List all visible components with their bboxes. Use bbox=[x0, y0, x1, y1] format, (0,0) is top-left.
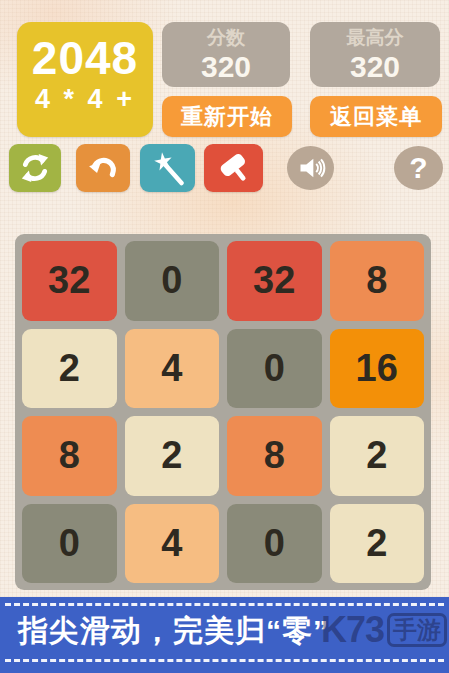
best-score-box: 最高分 320 bbox=[310, 22, 440, 87]
help-button[interactable]: ? bbox=[394, 146, 443, 190]
watermark-seal: 手游 bbox=[387, 613, 447, 647]
tile-r3c3: 8 bbox=[227, 416, 322, 496]
tile-r1c1: 32 bbox=[22, 241, 117, 321]
refresh-icon bbox=[18, 151, 52, 185]
score-label: 分数 bbox=[207, 26, 245, 50]
tile-r3c2: 2 bbox=[125, 416, 220, 496]
bottom-banner: 指尖滑动，完美归“零” K73 手游 bbox=[0, 597, 449, 673]
tile-r1c4: 8 bbox=[330, 241, 425, 321]
refresh-button[interactable] bbox=[9, 144, 61, 192]
help-icon: ? bbox=[409, 151, 427, 185]
banner-dash-bottom bbox=[5, 659, 444, 662]
best-score-label: 最高分 bbox=[347, 26, 404, 50]
magic-wand-button[interactable] bbox=[140, 144, 195, 192]
logo-subtitle: 4 * 4 + bbox=[17, 84, 153, 115]
score-value: 320 bbox=[201, 50, 251, 83]
hammer-icon bbox=[215, 150, 253, 186]
tile-r4c1: 0 bbox=[22, 504, 117, 584]
game-logo: 2048 4 * 4 + bbox=[17, 22, 153, 137]
tile-r4c4: 2 bbox=[330, 504, 425, 584]
banner-slogan: 指尖滑动，完美归“零” bbox=[18, 611, 329, 652]
tile-r4c3: 0 bbox=[227, 504, 322, 584]
tile-r4c2: 4 bbox=[125, 504, 220, 584]
best-score-value: 320 bbox=[350, 50, 400, 83]
undo-button[interactable] bbox=[76, 144, 130, 192]
sound-icon bbox=[296, 154, 326, 182]
tile-r1c3: 32 bbox=[227, 241, 322, 321]
tile-r2c3: 0 bbox=[227, 329, 322, 409]
tile-r1c2: 0 bbox=[125, 241, 220, 321]
banner-dash-top bbox=[5, 603, 444, 606]
logo-title: 2048 bbox=[17, 34, 153, 82]
hammer-button[interactable] bbox=[204, 144, 263, 192]
watermark-text: K73 bbox=[321, 609, 384, 651]
tile-r3c1: 8 bbox=[22, 416, 117, 496]
score-box: 分数 320 bbox=[162, 22, 290, 87]
sound-button[interactable] bbox=[287, 146, 334, 190]
tile-r2c1: 2 bbox=[22, 329, 117, 409]
restart-button[interactable]: 重新开始 bbox=[162, 96, 292, 137]
tile-r3c4: 2 bbox=[330, 416, 425, 496]
magic-wand-icon bbox=[150, 150, 186, 186]
watermark: K73 手游 bbox=[321, 609, 447, 651]
game-board[interactable]: 32 0 32 8 2 4 0 16 8 2 8 2 0 4 0 2 bbox=[15, 234, 431, 590]
back-to-menu-button[interactable]: 返回菜单 bbox=[310, 96, 442, 137]
tile-r2c2: 4 bbox=[125, 329, 220, 409]
tile-r2c4: 16 bbox=[330, 329, 425, 409]
undo-icon bbox=[85, 151, 121, 185]
